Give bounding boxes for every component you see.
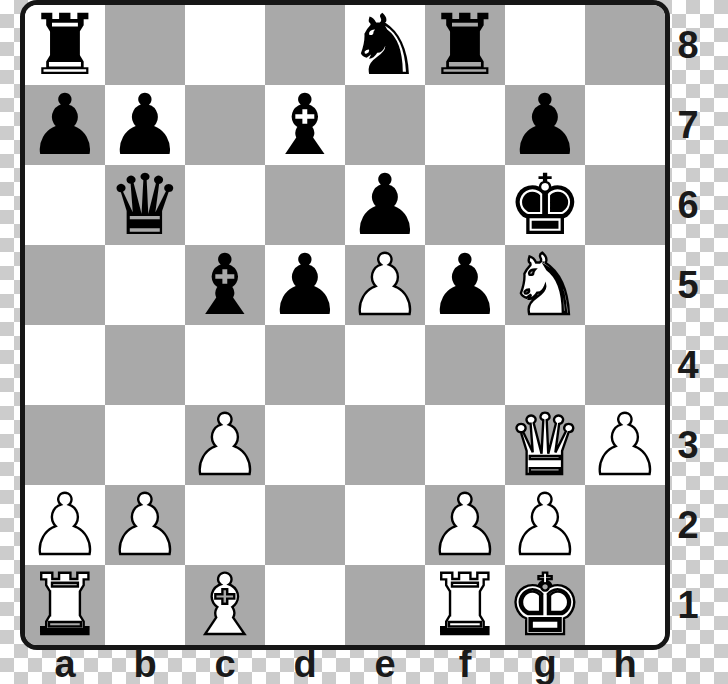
square-f3[interactable] [425, 405, 505, 485]
square-h7[interactable] [585, 85, 665, 165]
white-pawn-b2: ♟ [107, 485, 182, 565]
square-e4[interactable] [345, 325, 425, 405]
white-queen-g3: ♛ [507, 405, 582, 485]
square-d2[interactable] [265, 485, 345, 565]
square-a5[interactable] [25, 245, 105, 325]
square-c1[interactable]: ♝ [185, 565, 265, 645]
rank-label-3: 3 [661, 424, 715, 467]
square-g6[interactable]: ♚ [505, 165, 585, 245]
file-label-b: b [105, 645, 185, 684]
white-rook-f1: ♜ [427, 565, 502, 645]
white-pawn-a2: ♟ [27, 485, 102, 565]
white-pawn-h3: ♟ [587, 405, 662, 485]
square-b4[interactable] [105, 325, 185, 405]
square-b5[interactable] [105, 245, 185, 325]
chess-diagram-canvas: ♜♞♜♟♟♝♟♛♟♚♝♟♟♟♞♟♛♟♟♟♟♟♜♝♜♚ abcdefgh 8765… [0, 0, 728, 684]
square-h3[interactable]: ♟ [585, 405, 665, 485]
square-h1[interactable] [585, 565, 665, 645]
square-f2[interactable]: ♟ [425, 485, 505, 565]
square-d7[interactable]: ♝ [265, 85, 345, 165]
square-b1[interactable] [105, 565, 185, 645]
square-h5[interactable] [585, 245, 665, 325]
black-bishop-c5: ♝ [187, 245, 262, 325]
file-label-a: a [25, 645, 105, 684]
square-f6[interactable] [425, 165, 505, 245]
square-g3[interactable]: ♛ [505, 405, 585, 485]
file-label-g: g [505, 645, 585, 684]
black-pawn-a7: ♟ [27, 85, 102, 165]
rank-label-7: 7 [661, 104, 715, 147]
black-rook-f8: ♜ [427, 5, 502, 85]
white-bishop-c1: ♝ [187, 565, 262, 645]
square-b7[interactable]: ♟ [105, 85, 185, 165]
square-c7[interactable] [185, 85, 265, 165]
square-c2[interactable] [185, 485, 265, 565]
square-a8[interactable]: ♜ [25, 5, 105, 85]
square-d6[interactable] [265, 165, 345, 245]
rank-label-8: 8 [661, 24, 715, 67]
chess-board: ♜♞♜♟♟♝♟♛♟♚♝♟♟♟♞♟♛♟♟♟♟♟♜♝♜♚ [20, 0, 670, 650]
square-e7[interactable] [345, 85, 425, 165]
square-f5[interactable]: ♟ [425, 245, 505, 325]
square-c3[interactable]: ♟ [185, 405, 265, 485]
white-knight-g5: ♞ [507, 245, 582, 325]
black-queen-b6: ♛ [107, 165, 182, 245]
square-e2[interactable] [345, 485, 425, 565]
square-f8[interactable]: ♜ [425, 5, 505, 85]
square-g4[interactable] [505, 325, 585, 405]
file-label-e: e [345, 645, 425, 684]
square-a3[interactable] [25, 405, 105, 485]
rank-label-5: 5 [661, 264, 715, 307]
white-king-g1: ♚ [507, 565, 582, 645]
square-a4[interactable] [25, 325, 105, 405]
black-pawn-g7: ♟ [507, 85, 582, 165]
rank-labels: 87654321 [661, 5, 715, 645]
square-c5[interactable]: ♝ [185, 245, 265, 325]
black-king-g6: ♚ [507, 165, 582, 245]
file-labels: abcdefgh [25, 645, 665, 684]
white-pawn-e5: ♟ [347, 245, 422, 325]
file-label-c: c [185, 645, 265, 684]
white-pawn-g2: ♟ [507, 485, 582, 565]
square-b6[interactable]: ♛ [105, 165, 185, 245]
square-d8[interactable] [265, 5, 345, 85]
square-g1[interactable]: ♚ [505, 565, 585, 645]
square-g7[interactable]: ♟ [505, 85, 585, 165]
white-pawn-c3: ♟ [187, 405, 262, 485]
square-c4[interactable] [185, 325, 265, 405]
square-c8[interactable] [185, 5, 265, 85]
square-b2[interactable]: ♟ [105, 485, 185, 565]
square-b3[interactable] [105, 405, 185, 485]
file-label-f: f [425, 645, 505, 684]
black-rook-a8: ♜ [27, 5, 102, 85]
rank-label-6: 6 [661, 184, 715, 227]
square-e1[interactable] [345, 565, 425, 645]
square-b8[interactable] [105, 5, 185, 85]
board-grid: ♜♞♜♟♟♝♟♛♟♚♝♟♟♟♞♟♛♟♟♟♟♟♜♝♜♚ [25, 5, 665, 645]
square-h4[interactable] [585, 325, 665, 405]
square-g2[interactable]: ♟ [505, 485, 585, 565]
square-e5[interactable]: ♟ [345, 245, 425, 325]
square-f4[interactable] [425, 325, 505, 405]
white-pawn-f2: ♟ [427, 485, 502, 565]
rank-label-2: 2 [661, 504, 715, 547]
square-f1[interactable]: ♜ [425, 565, 505, 645]
square-h2[interactable] [585, 485, 665, 565]
square-d3[interactable] [265, 405, 345, 485]
square-f7[interactable] [425, 85, 505, 165]
square-h6[interactable] [585, 165, 665, 245]
square-e6[interactable]: ♟ [345, 165, 425, 245]
square-a7[interactable]: ♟ [25, 85, 105, 165]
black-pawn-e6: ♟ [347, 165, 422, 245]
black-pawn-f5: ♟ [427, 245, 502, 325]
square-d5[interactable]: ♟ [265, 245, 345, 325]
rank-label-4: 4 [661, 344, 715, 387]
square-d4[interactable] [265, 325, 345, 405]
square-e3[interactable] [345, 405, 425, 485]
square-e8[interactable]: ♞ [345, 5, 425, 85]
rank-label-1: 1 [661, 584, 715, 627]
square-g8[interactable] [505, 5, 585, 85]
square-a2[interactable]: ♟ [25, 485, 105, 565]
file-label-h: h [585, 645, 665, 684]
square-d1[interactable] [265, 565, 345, 645]
square-g5[interactable]: ♞ [505, 245, 585, 325]
black-pawn-d5: ♟ [267, 245, 342, 325]
square-a1[interactable]: ♜ [25, 565, 105, 645]
white-rook-a1: ♜ [27, 565, 102, 645]
square-a6[interactable] [25, 165, 105, 245]
square-h8[interactable] [585, 5, 665, 85]
black-bishop-d7: ♝ [267, 85, 342, 165]
black-pawn-b7: ♟ [107, 85, 182, 165]
file-label-d: d [265, 645, 345, 684]
square-c6[interactable] [185, 165, 265, 245]
black-knight-e8: ♞ [347, 5, 422, 85]
